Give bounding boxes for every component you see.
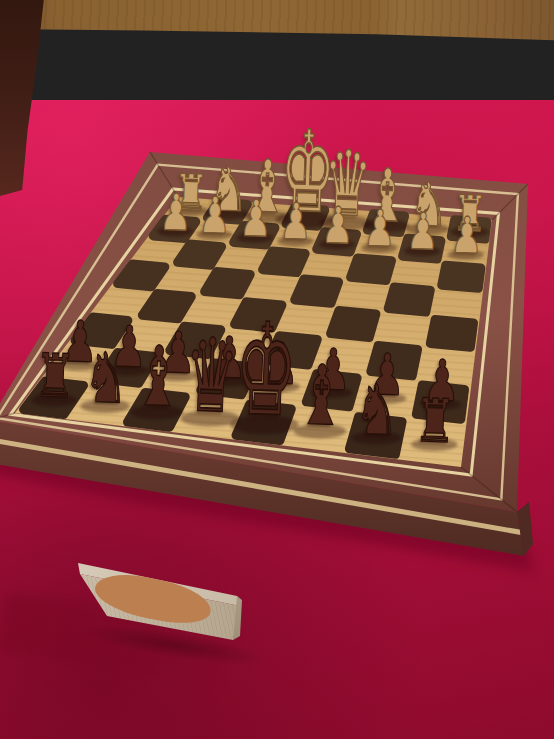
piece-shadow [237,233,273,243]
piece-shadow [108,365,149,376]
piece-shadow [259,381,300,392]
square-g5 [142,294,191,319]
piece-shadow [366,393,407,404]
piece-shadow [352,431,402,445]
piece-shadow [312,387,353,398]
piece-shadow [404,246,440,256]
square-b3 [396,262,436,285]
square-a3 [442,265,481,288]
square-b6 [371,346,418,376]
piece-shadow [406,223,449,235]
piece-shadow [196,230,232,240]
piece-shadow [450,227,488,238]
piece-shadow [230,415,299,434]
piece-shadow [170,206,208,217]
piece-shadow [293,424,346,439]
square-d6 [268,336,317,365]
piece-shadow [411,438,457,451]
piece-shadow [181,410,240,426]
piece-shadow [277,236,313,246]
piece-shadow [361,243,397,253]
piece-shadow [319,240,355,250]
piece-shadow [131,405,184,420]
piece-shadow [243,210,289,223]
piece-shadow [59,359,100,370]
square-c4 [341,283,384,308]
square-c5 [331,310,376,337]
piece-shadow [206,208,249,220]
piece-shadow [421,399,462,410]
wooden-box [70,553,250,653]
square-a4 [436,291,477,316]
square-c3 [351,258,392,281]
square-f4 [205,271,251,294]
square-a6 [424,351,470,382]
piece-shadow [31,394,77,407]
piece-shadow [157,370,198,381]
square-f6 [170,326,221,354]
square-e5 [235,302,282,328]
piece-shadow [157,227,193,237]
square-b4 [388,287,430,312]
square-g3 [178,244,222,265]
piece-shadow [448,250,484,260]
square-h4 [118,264,165,287]
square-d4 [295,279,339,303]
square-e3 [263,251,306,273]
scene-photo: ♜♞♝♚♛♝♞♜♟♟♟♟♟♟♟♟♟♟♟♟♟♟♟♟♜♞♝♛♚♝♞♜ [0,0,554,739]
piece-shadow [80,399,130,413]
square-a5 [430,319,473,347]
piece-shadow [208,376,249,387]
square-b5 [380,315,424,342]
